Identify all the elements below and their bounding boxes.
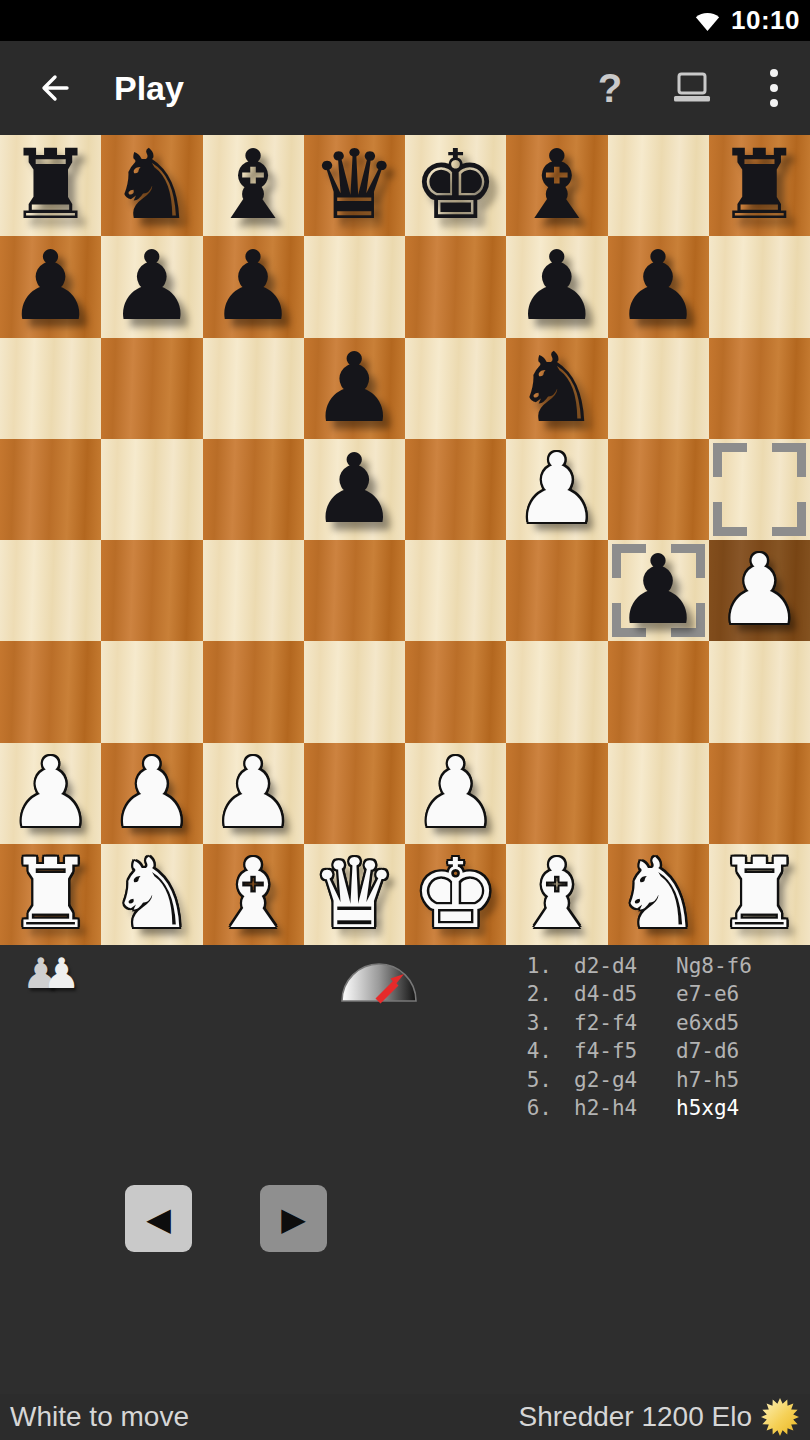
square-f3[interactable] <box>506 641 607 742</box>
square-a1[interactable]: ♜ <box>0 844 101 945</box>
square-d5[interactable]: ♟ <box>304 439 405 540</box>
computer-icon <box>671 71 713 105</box>
two-pawns-icon: ♟ ♟ <box>22 951 80 997</box>
square-a2[interactable]: ♟ <box>0 743 101 844</box>
last-move-corner-marker <box>713 443 747 477</box>
black-move: h7-h5 <box>676 1068 760 1096</box>
square-c7[interactable]: ♟ <box>203 236 304 337</box>
black-move: Ng8-f6 <box>676 954 760 982</box>
white-pawn: ♟ <box>506 439 607 540</box>
black-knight: ♞ <box>506 338 607 439</box>
square-a3[interactable] <box>0 641 101 742</box>
square-d7[interactable] <box>304 236 405 337</box>
engine-strength-label: Shredder 1200 Elo <box>518 1401 752 1433</box>
white-knight: ♞ <box>608 844 709 945</box>
black-king: ♚ <box>405 135 506 236</box>
square-b7[interactable]: ♟ <box>101 236 202 337</box>
white-pawn: ♟ <box>203 743 304 844</box>
evaluation-gauge <box>340 960 418 1004</box>
chess-board: ♜♞♝♛♚♝♜♟♟♟♟♟♟♞♟♟♟♟♟♟♟♟♜♞♝♛♚♝♞♜ <box>0 135 810 945</box>
square-h2[interactable] <box>709 743 810 844</box>
black-pawn: ♟ <box>203 236 304 337</box>
square-h7[interactable] <box>709 236 810 337</box>
move-number: 4. <box>508 1039 552 1067</box>
white-rook: ♜ <box>0 844 101 945</box>
square-g2[interactable] <box>608 743 709 844</box>
square-a7[interactable]: ♟ <box>0 236 101 337</box>
square-f6[interactable]: ♞ <box>506 338 607 439</box>
square-f7[interactable]: ♟ <box>506 236 607 337</box>
white-move: g2-g4 <box>574 1068 654 1096</box>
white-pawn: ♟ <box>0 743 101 844</box>
black-move: h5xg4 <box>676 1096 760 1124</box>
square-h5[interactable] <box>709 439 810 540</box>
side-to-move-label: White to move <box>10 1401 189 1433</box>
square-c5[interactable] <box>203 439 304 540</box>
wifi-icon <box>694 9 721 32</box>
square-g8[interactable] <box>608 135 709 236</box>
square-g3[interactable] <box>608 641 709 742</box>
move-number: 5. <box>508 1068 552 1096</box>
square-b6[interactable] <box>101 338 202 439</box>
white-move: d2-d4 <box>574 954 654 982</box>
square-h8[interactable]: ♜ <box>709 135 810 236</box>
square-c1[interactable]: ♝ <box>203 844 304 945</box>
black-knight: ♞ <box>101 135 202 236</box>
white-move: f2-f4 <box>574 1011 654 1039</box>
square-e7[interactable] <box>405 236 506 337</box>
black-bishop: ♝ <box>506 135 607 236</box>
help-icon: ? <box>598 66 622 111</box>
square-a4[interactable] <box>0 540 101 641</box>
square-c2[interactable]: ♟ <box>203 743 304 844</box>
square-e3[interactable] <box>405 641 506 742</box>
square-b3[interactable] <box>101 641 202 742</box>
android-status-bar: 10:10 <box>0 0 810 41</box>
square-g7[interactable]: ♟ <box>608 236 709 337</box>
black-rook: ♜ <box>0 135 101 236</box>
white-knight: ♞ <box>101 844 202 945</box>
square-d2[interactable] <box>304 743 405 844</box>
square-f2[interactable] <box>506 743 607 844</box>
black-pawn: ♟ <box>506 236 607 337</box>
black-move: e7-e6 <box>676 982 760 1010</box>
square-b1[interactable]: ♞ <box>101 844 202 945</box>
square-g4[interactable]: ♟ <box>608 540 709 641</box>
square-g6[interactable] <box>608 338 709 439</box>
square-f1[interactable]: ♝ <box>506 844 607 945</box>
move-number: 3. <box>508 1011 552 1039</box>
square-f4[interactable] <box>506 540 607 641</box>
white-move: d4-d5 <box>574 982 654 1010</box>
overflow-menu-button[interactable] <box>750 64 798 112</box>
square-e4[interactable] <box>405 540 506 641</box>
square-b4[interactable] <box>101 540 202 641</box>
move-number: 6. <box>508 1096 552 1124</box>
black-bishop: ♝ <box>203 135 304 236</box>
back-arrow-icon <box>36 70 72 106</box>
right-triangle-icon: ▶ <box>281 1200 306 1238</box>
square-b5[interactable] <box>101 439 202 540</box>
black-rook: ♜ <box>709 135 810 236</box>
white-rook: ♜ <box>709 844 810 945</box>
white-move: h2-h4 <box>574 1096 654 1124</box>
white-bishop: ♝ <box>506 844 607 945</box>
footer-status-bar: White to move Shredder 1200 Elo <box>0 1394 810 1440</box>
previous-move-button[interactable]: ◀ <box>125 1185 192 1252</box>
square-f5[interactable]: ♟ <box>506 439 607 540</box>
last-move-corner-marker <box>713 502 747 536</box>
computer-button[interactable] <box>668 64 716 112</box>
white-pawn: ♟ <box>709 540 810 641</box>
left-triangle-icon: ◀ <box>146 1200 171 1238</box>
black-pawn: ♟ <box>608 236 709 337</box>
black-move: e6xd5 <box>676 1011 760 1039</box>
black-pawn: ♟ <box>0 236 101 337</box>
square-g1[interactable]: ♞ <box>608 844 709 945</box>
square-a8[interactable]: ♜ <box>0 135 101 236</box>
square-e1[interactable]: ♚ <box>405 844 506 945</box>
square-d4[interactable] <box>304 540 405 641</box>
last-move-corner-marker <box>772 502 806 536</box>
black-pawn: ♟ <box>608 540 709 641</box>
square-a6[interactable] <box>0 338 101 439</box>
square-d6[interactable]: ♟ <box>304 338 405 439</box>
black-pawn: ♟ <box>304 439 405 540</box>
square-c4[interactable] <box>203 540 304 641</box>
square-f8[interactable]: ♝ <box>506 135 607 236</box>
square-g5[interactable] <box>608 439 709 540</box>
help-button[interactable]: ? <box>586 64 634 112</box>
square-c6[interactable] <box>203 338 304 439</box>
black-move: d7-d6 <box>676 1039 760 1067</box>
square-h4[interactable]: ♟ <box>709 540 810 641</box>
engine-panel: ♟ ♟ 1.d2-d4Ng8-f62.d4-d5e7-e63.f2-f4e6xd… <box>0 945 810 1440</box>
black-pawn: ♟ <box>101 236 202 337</box>
square-e5[interactable] <box>405 439 506 540</box>
back-button[interactable] <box>30 64 78 112</box>
square-e8[interactable]: ♚ <box>405 135 506 236</box>
square-c8[interactable]: ♝ <box>203 135 304 236</box>
app-bar: Play ? <box>0 41 810 135</box>
white-pawn: ♟ <box>101 743 202 844</box>
square-h1[interactable]: ♜ <box>709 844 810 945</box>
move-number: 1. <box>508 954 552 982</box>
black-queen: ♛ <box>304 135 405 236</box>
square-b8[interactable]: ♞ <box>101 135 202 236</box>
white-queen: ♛ <box>304 844 405 945</box>
clock-time: 10:10 <box>731 5 800 36</box>
square-e6[interactable] <box>405 338 506 439</box>
square-h3[interactable] <box>709 641 810 742</box>
white-pawn: ♟ <box>405 743 506 844</box>
last-move-corner-marker <box>772 443 806 477</box>
square-h6[interactable] <box>709 338 810 439</box>
white-move: f4-f5 <box>574 1039 654 1067</box>
square-d3[interactable] <box>304 641 405 742</box>
square-d1[interactable]: ♛ <box>304 844 405 945</box>
square-d8[interactable]: ♛ <box>304 135 405 236</box>
sun-icon <box>760 1397 800 1437</box>
shredder-chess-app: 10:10 Play ? ♜♞♝♛♚♝♜♟♟♟♟♟♟♞♟♟♟♟♟♟♟♟ <box>0 0 810 1440</box>
white-bishop: ♝ <box>203 844 304 945</box>
overflow-menu-icon <box>770 69 778 107</box>
white-king: ♚ <box>405 844 506 945</box>
square-c3[interactable] <box>203 641 304 742</box>
move-number: 2. <box>508 982 552 1010</box>
page-title: Play <box>114 69 184 108</box>
move-list: 1.d2-d4Ng8-f62.d4-d5e7-e63.f2-f4e6xd54.f… <box>508 954 760 1124</box>
next-move-button[interactable]: ▶ <box>260 1185 327 1252</box>
pawn-glyph-right: ♟ <box>43 951 81 997</box>
square-e2[interactable]: ♟ <box>405 743 506 844</box>
square-a5[interactable] <box>0 439 101 540</box>
black-pawn: ♟ <box>304 338 405 439</box>
square-b2[interactable]: ♟ <box>101 743 202 844</box>
